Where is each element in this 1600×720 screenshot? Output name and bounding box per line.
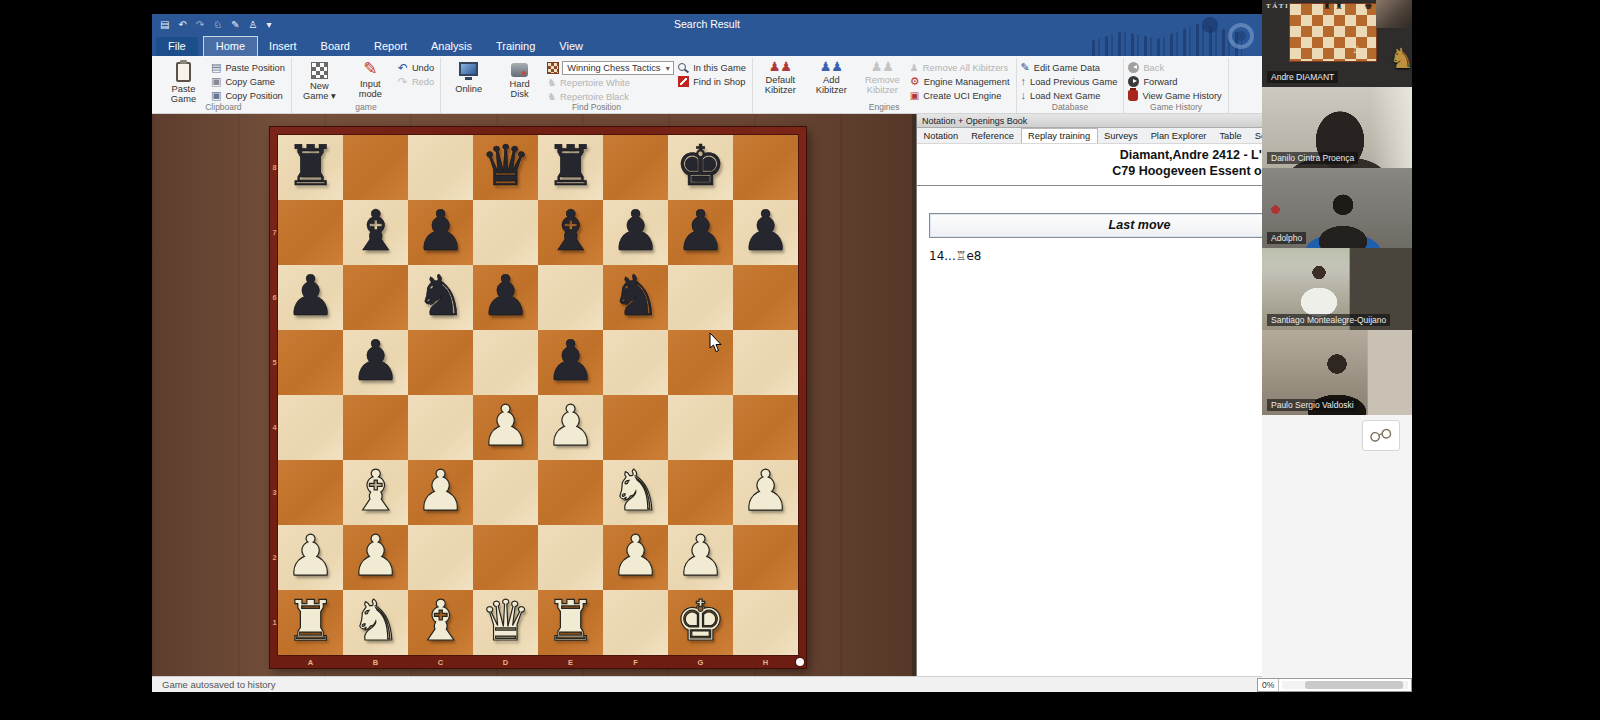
file-label-e: E xyxy=(538,658,603,667)
file-label-a: A xyxy=(278,658,343,667)
file-label-h: H xyxy=(733,658,798,667)
square-a6[interactable]: ♟ xyxy=(278,265,343,330)
down-icon: ↓ xyxy=(1021,90,1027,101)
rank-label-8: 8 xyxy=(271,163,278,172)
square-c6[interactable]: ♞ xyxy=(408,265,473,330)
square-c7[interactable]: ♟ xyxy=(408,200,473,265)
black-bishop-b7[interactable]: ♝ xyxy=(350,203,400,259)
tab-view[interactable]: View xyxy=(547,37,595,56)
board-icon xyxy=(311,62,328,79)
copy-position-label: Copy Position xyxy=(225,91,282,101)
paste-position-label: Paste Position xyxy=(225,63,284,73)
rep-icon: ♞ xyxy=(547,92,556,102)
square-b5[interactable]: ♟ xyxy=(343,330,408,395)
black-pawn-c7[interactable]: ♟ xyxy=(415,203,465,259)
mini-piece-0: ♜ xyxy=(1323,2,1331,11)
square-h4[interactable] xyxy=(733,395,798,460)
copy-position-button[interactable]: ▣Copy Position xyxy=(211,89,285,102)
ribbon-group-game: New Game ▾✎Input mode↶Undo↷Redogame xyxy=(292,58,441,113)
square-h3[interactable]: ♟ xyxy=(733,460,798,525)
square-e7[interactable]: ♝ xyxy=(538,200,603,265)
repertoire-black-label: Repertoire Black xyxy=(560,92,629,102)
paste-game-button[interactable]: Paste Game xyxy=(160,59,207,104)
ribbon-column: Winning Chess Tactics▼♞Repertoire White♞… xyxy=(547,59,674,103)
board-grid: ♜♛♜♚♝♟♝♟♟♟♟♞♟♞♟♟♟♟♝♟♞♟♟♟♟♟♜♞♝♛♜♚ xyxy=(278,135,798,655)
ribbon-group-clipboard: Paste Game▤Paste Position▣Copy Game▣Copy… xyxy=(156,58,292,113)
square-a8[interactable]: ♜ xyxy=(278,135,343,200)
create-uci-engine-button[interactable]: ▣Create UCI Engine xyxy=(910,89,1010,102)
tab-home[interactable]: Home xyxy=(204,37,257,56)
square-e5[interactable]: ♟ xyxy=(538,330,603,395)
up-icon: ↑ xyxy=(1021,76,1027,87)
knight-icon[interactable]: ♘ xyxy=(213,20,222,30)
square-a1[interactable]: ♜ xyxy=(278,590,343,655)
rank-label-3: 3 xyxy=(271,488,278,497)
load-next-game-button[interactable]: ↓Load Next Game xyxy=(1021,89,1118,102)
presenter-camera-thumbnail xyxy=(1376,0,1412,28)
tab-analysis[interactable]: Analysis xyxy=(419,37,484,56)
copy-game-button[interactable]: ▣Copy Game xyxy=(211,75,285,88)
shop-icon xyxy=(678,76,689,87)
new-game-button[interactable]: New Game ▾ xyxy=(296,59,343,101)
square-c4[interactable] xyxy=(408,395,473,460)
find-in-shop-label: Find in Shop xyxy=(693,77,745,87)
square-e1[interactable]: ♜ xyxy=(538,590,603,655)
edit-game-data-label: Edit Game Data xyxy=(1034,63,1100,73)
glasses-button[interactable] xyxy=(1362,420,1400,451)
rank-label-4: 4 xyxy=(271,423,278,432)
pen-icon[interactable]: ✎ xyxy=(231,20,239,30)
mini-piece-2: ♚ xyxy=(1364,2,1372,11)
online-label: Online xyxy=(455,84,482,94)
eyeglasses-icon xyxy=(1368,427,1394,443)
black-pawn-f7[interactable]: ♟ xyxy=(610,203,660,259)
square-f7[interactable]: ♟ xyxy=(603,200,668,265)
ribbon-column: ▤Paste Position▣Copy Game▣Copy Position xyxy=(211,59,285,102)
find-in-shop-button[interactable]: Find in Shop xyxy=(678,75,746,88)
save-icon[interactable]: ▤ xyxy=(160,20,169,30)
back-button[interactable]: Back xyxy=(1128,61,1221,74)
tab-replay-training[interactable]: Replay training xyxy=(1021,128,1098,143)
video-call-sidebar: TÁTICA ♜♜♚♖ ♞ Andre DIAMANT Danilo Cintr… xyxy=(1262,0,1412,692)
square-d5[interactable] xyxy=(473,330,538,395)
file-label-f: F xyxy=(603,658,668,667)
black-pawn-d6[interactable]: ♟ xyxy=(480,268,530,324)
progress-value: 0% xyxy=(1258,679,1279,691)
engine-management-label: Engine Management xyxy=(924,77,1010,87)
ribbon-group-label: Engines xyxy=(753,102,1016,113)
black-pawn-e5[interactable]: ♟ xyxy=(545,333,595,389)
square-g8[interactable]: ♚ xyxy=(668,135,733,200)
square-f1[interactable] xyxy=(603,590,668,655)
video-tile-santiago[interactable]: Santiago Montealegre-Quijano xyxy=(1262,248,1412,330)
copy-game-label: Copy Game xyxy=(225,77,275,87)
square-g4[interactable] xyxy=(668,395,733,460)
history-icon xyxy=(1128,90,1138,101)
tab-notation[interactable]: Notation xyxy=(917,128,965,143)
ribbon-group-engines: ♟♟Default Kibitzer♟♟Add Kibitzer♟♟Remove… xyxy=(753,58,1017,113)
square-f2[interactable]: ♟ xyxy=(603,525,668,590)
remove-all-kibitzers-label: Remove All Kibitzers xyxy=(923,63,1008,73)
square-e3[interactable] xyxy=(538,460,603,525)
square-d3[interactable] xyxy=(473,460,538,525)
square-g2[interactable]: ♟ xyxy=(668,525,733,590)
white-knight-b1[interactable]: ♞ xyxy=(350,593,400,649)
kib-remove-icon: ♟♟ xyxy=(871,60,894,73)
ribbon-group-find-position: OnlineHard DiskWinning Chess Tactics▼♞Re… xyxy=(441,58,753,113)
tab-insert[interactable]: Insert xyxy=(257,37,309,56)
white-pawn-a2[interactable]: ♟ xyxy=(285,528,335,584)
ribbon-group-label: Clipboard xyxy=(156,102,291,113)
video-tile-adolpho[interactable]: Adolpho xyxy=(1262,168,1412,248)
chessbase-window: ▤↶↷♘✎♙▾ Search Result File Home Insert B… xyxy=(152,14,1262,692)
square-g5[interactable] xyxy=(668,330,733,395)
title-bar: ▤↶↷♘✎♙▾ Search Result File Home Insert B… xyxy=(152,14,1262,56)
ribbon-column: ✎Edit Game Data↑Load Previous Game↓Load … xyxy=(1021,59,1118,102)
white-pawn-e4[interactable]: ♟ xyxy=(545,398,595,454)
board-panel: ♜♛♜♚♝♟♝♟♟♟♟♞♟♞♟♟♟♟♝♟♞♟♟♟♟♟♜♞♝♛♜♚ 8765432… xyxy=(152,114,912,676)
in-this-game-button[interactable]: In this Game xyxy=(678,61,746,74)
black-pawn-g7[interactable]: ♟ xyxy=(675,203,725,259)
repertoire-white-label: Repertoire White xyxy=(560,78,630,88)
black-knight-f6[interactable]: ♞ xyxy=(610,268,660,324)
view-game-history-label: View Game History xyxy=(1142,91,1221,101)
square-d1[interactable]: ♛ xyxy=(473,590,538,655)
participant-name: Danilo Cintra Proença xyxy=(1267,152,1358,164)
square-c2[interactable] xyxy=(408,525,473,590)
hard-disk-button[interactable]: Hard Disk xyxy=(496,59,543,99)
square-d7[interactable] xyxy=(473,200,538,265)
undo-icon[interactable]: ↶ xyxy=(178,20,186,30)
ribbon-group-label: Find Position xyxy=(441,102,752,113)
pen-red-icon: ✎ xyxy=(363,60,377,77)
white-rook-a1[interactable]: ♜ xyxy=(285,593,335,649)
redo-icon[interactable]: ↷ xyxy=(196,20,204,30)
tab-file[interactable]: File xyxy=(156,37,198,56)
white-bishop-b3[interactable]: ♝ xyxy=(350,463,400,519)
square-d8[interactable]: ♛ xyxy=(473,135,538,200)
black-knight-c6[interactable]: ♞ xyxy=(415,268,465,324)
square-e2[interactable] xyxy=(538,525,603,590)
tab-report[interactable]: Report xyxy=(362,37,419,56)
square-b2[interactable]: ♟ xyxy=(343,525,408,590)
rank-label-6: 6 xyxy=(271,293,278,302)
square-a7[interactable] xyxy=(278,200,343,265)
ribbon-group-label: game xyxy=(292,102,440,113)
ribbon-column: BackForwardView Game History xyxy=(1128,59,1221,102)
rank-label-5: 5 xyxy=(271,358,278,367)
black-bishop-e7[interactable]: ♝ xyxy=(545,203,595,259)
square-e4[interactable]: ♟ xyxy=(538,395,603,460)
square-h6[interactable] xyxy=(733,265,798,330)
tactics-dropdown-value: Winning Chess Tactics xyxy=(567,63,660,73)
square-b4[interactable] xyxy=(343,395,408,460)
default-kibitzer-label: Default Kibitzer xyxy=(765,75,796,95)
square-g7[interactable]: ♟ xyxy=(668,200,733,265)
white-pawn-b2[interactable]: ♟ xyxy=(350,528,400,584)
square-b7[interactable]: ♝ xyxy=(343,200,408,265)
square-a5[interactable] xyxy=(278,330,343,395)
white-bishop-c1[interactable]: ♝ xyxy=(415,593,465,649)
square-h2[interactable] xyxy=(733,525,798,590)
black-rook-e8[interactable]: ♜ xyxy=(545,138,595,194)
video-tile-andre-diamant[interactable]: TÁTICA ♜♜♚♖ ♞ Andre DIAMANT xyxy=(1262,0,1412,87)
undo-icon: ↶ xyxy=(398,62,408,74)
ribbon-column: In this GameFind in Shop xyxy=(678,59,746,88)
undo-button[interactable]: ↶Undo xyxy=(398,61,434,74)
repertoire-white-button[interactable]: ♞Repertoire White xyxy=(547,76,674,89)
clipboard-icon xyxy=(176,62,191,82)
screen: ▤↶↷♘✎♙▾ Search Result File Home Insert B… xyxy=(0,0,1600,720)
square-c3[interactable]: ♟ xyxy=(408,460,473,525)
white-queen-d1[interactable]: ♛ xyxy=(480,593,530,649)
remove-all-kibitzers-button[interactable]: ♟Remove All Kibitzers xyxy=(910,61,1010,74)
participant-name: Adolpho xyxy=(1267,232,1306,244)
square-h5[interactable] xyxy=(733,330,798,395)
default-kibitzer-button[interactable]: ♟♟Default Kibitzer xyxy=(757,59,804,95)
copy2-icon: ▣ xyxy=(211,90,221,101)
file-label-d: D xyxy=(473,658,538,667)
square-f3[interactable]: ♞ xyxy=(603,460,668,525)
scrollbar-thumb[interactable] xyxy=(1305,681,1403,689)
mini-clip-icon: ▤ xyxy=(211,62,221,73)
square-f4[interactable] xyxy=(603,395,668,460)
chess-board: ♜♛♜♚♝♟♝♟♟♟♟♞♟♞♟♟♟♟♝♟♞♟♟♟♟♟♜♞♝♛♜♚ 8765432… xyxy=(270,127,806,668)
edit-icon: ✎ xyxy=(1021,62,1030,73)
shared-mini-chessboard: ♜♜♚♖ xyxy=(1289,3,1377,62)
tab-board[interactable]: Board xyxy=(309,37,362,56)
white-knight-f3[interactable]: ♞ xyxy=(610,463,660,519)
redo-button[interactable]: ↷Redo xyxy=(398,75,434,88)
white-pawn-f2[interactable]: ♟ xyxy=(610,528,660,584)
progress-widget: 0% xyxy=(1257,678,1412,692)
uci-icon: ▣ xyxy=(910,91,919,101)
mini-piece-1: ♜ xyxy=(1335,2,1343,11)
engine-icon: ⚙ xyxy=(910,76,920,87)
create-uci-engine-label: Create UCI Engine xyxy=(923,91,1001,101)
tab-training[interactable]: Training xyxy=(484,37,547,56)
white-rook-e1[interactable]: ♜ xyxy=(545,593,595,649)
online-button[interactable]: Online xyxy=(445,59,492,94)
participant-name: Andre DIAMANT xyxy=(1267,71,1338,83)
white-pawn-c3[interactable]: ♟ xyxy=(415,463,465,519)
black-pawn-h7[interactable]: ♟ xyxy=(740,203,790,259)
forward-button[interactable]: Forward xyxy=(1128,75,1221,88)
status-bar: Game autosaved to history xyxy=(152,676,1262,692)
black-king-g8[interactable]: ♚ xyxy=(675,138,725,194)
participant-name: Santiago Montealegre-Quijano xyxy=(1267,314,1390,326)
rank-label-1: 1 xyxy=(271,618,278,627)
square-g6[interactable] xyxy=(668,265,733,330)
new-game-label: New Game ▾ xyxy=(303,81,336,101)
tactics-dropdown-box[interactable]: Winning Chess Tactics▼ xyxy=(562,61,674,75)
back-label: Back xyxy=(1143,63,1164,73)
main-area: ♜♛♜♚♝♟♝♟♟♟♟♞♟♞♟♟♟♟♝♟♞♟♟♟♟♟♜♞♝♛♜♚ 8765432… xyxy=(152,114,1262,676)
black-rook-a8[interactable]: ♜ xyxy=(285,138,335,194)
white-pawn-g2[interactable]: ♟ xyxy=(675,528,725,584)
forward-label: Forward xyxy=(1143,77,1177,87)
add-kibitzer-label: Add Kibitzer xyxy=(816,75,847,95)
circle-back-icon xyxy=(1128,62,1139,73)
square-h7[interactable]: ♟ xyxy=(733,200,798,265)
square-f5[interactable] xyxy=(603,330,668,395)
tab-plan-explorer[interactable]: Plan Explorer xyxy=(1144,128,1213,143)
tab-surveys[interactable]: Surveys xyxy=(1098,128,1145,143)
ribbon-group-label: Game History xyxy=(1124,102,1227,113)
square-h1[interactable] xyxy=(733,590,798,655)
input-mode-label: Input mode xyxy=(359,79,382,99)
rank-label-7: 7 xyxy=(271,228,278,237)
black-pawn-b5[interactable]: ♟ xyxy=(350,333,400,389)
disk-icon xyxy=(511,63,528,77)
video-tile-danilo[interactable]: Danilo Cintra Proença xyxy=(1262,87,1412,168)
square-b8[interactable] xyxy=(343,135,408,200)
kib-remove-all-icon: ♟ xyxy=(910,63,919,73)
remove-kibitzer-label: Remove Kibitzer xyxy=(865,75,900,95)
chevron-down-icon[interactable]: ▼ xyxy=(661,65,671,72)
square-f8[interactable] xyxy=(603,135,668,200)
square-c8[interactable] xyxy=(408,135,473,200)
undo-label: Undo xyxy=(412,63,434,73)
remove-kibitzer-button[interactable]: ♟♟Remove Kibitzer xyxy=(859,59,906,95)
piece-icon[interactable]: ♙ xyxy=(249,20,258,30)
ribbon-column: ↶Undo↷Redo xyxy=(398,59,434,88)
input-mode-button[interactable]: ✎Input mode xyxy=(347,59,394,99)
square-c1[interactable]: ♝ xyxy=(408,590,473,655)
redo-icon: ↷ xyxy=(398,76,408,88)
white-pawn-h3[interactable]: ♟ xyxy=(740,463,790,519)
square-b1[interactable]: ♞ xyxy=(343,590,408,655)
file-label-b: B xyxy=(343,658,408,667)
customize-menu-icon[interactable]: ▾ xyxy=(267,20,272,30)
knight-figurine: ♞ xyxy=(1389,42,1412,75)
ribbon-group-game-history: BackForwardView Game HistoryGame History xyxy=(1124,58,1228,113)
square-f6[interactable]: ♞ xyxy=(603,265,668,330)
square-g1[interactable]: ♚ xyxy=(668,590,733,655)
white-king-g1[interactable]: ♚ xyxy=(675,593,725,649)
square-a2[interactable]: ♟ xyxy=(278,525,343,590)
ribbon-tab-bar: File Home Insert Board Report Analysis T… xyxy=(156,35,595,56)
add-kibitzer-button[interactable]: ♟♟Add Kibitzer xyxy=(808,59,855,95)
mag-icon xyxy=(678,63,686,71)
square-g3[interactable] xyxy=(668,460,733,525)
board-mag-icon xyxy=(547,62,559,74)
black-pawn-a6[interactable]: ♟ xyxy=(285,268,335,324)
rep-icon: ♞ xyxy=(547,78,556,88)
kib-default-icon: ♟♟ xyxy=(769,60,792,73)
rank-label-2: 2 xyxy=(271,553,278,562)
paste-position-button[interactable]: ▤Paste Position xyxy=(211,61,285,74)
scrollbar-track[interactable] xyxy=(1282,681,1408,689)
tab-reference[interactable]: Reference xyxy=(965,128,1021,143)
kib-add-icon: ♟♟ xyxy=(820,60,843,73)
engine-management-button[interactable]: ⚙Engine Management xyxy=(910,75,1010,88)
square-a3[interactable] xyxy=(278,460,343,525)
white-pawn-d4[interactable]: ♟ xyxy=(480,398,530,454)
file-label-g: G xyxy=(668,658,733,667)
load-previous-game-button[interactable]: ↑Load Previous Game xyxy=(1021,75,1118,88)
edit-game-data-button[interactable]: ✎Edit Game Data xyxy=(1021,61,1118,74)
tab-table[interactable]: Table xyxy=(1213,128,1248,143)
quick-access-toolbar: ▤↶↷♘✎♙▾ xyxy=(160,16,272,34)
square-d4[interactable]: ♟ xyxy=(473,395,538,460)
square-d6[interactable]: ♟ xyxy=(473,265,538,330)
square-a4[interactable] xyxy=(278,395,343,460)
participant-name: Paulo Sergio Valdoski xyxy=(1267,399,1358,411)
square-h8[interactable] xyxy=(733,135,798,200)
file-label-c: C xyxy=(408,658,473,667)
ribbon-column: ♟Remove All Kibitzers⚙Engine Management▣… xyxy=(910,59,1010,102)
redo-label: Redo xyxy=(412,77,434,87)
copy-icon: ▣ xyxy=(211,76,221,87)
tactics-dropdown[interactable]: Winning Chess Tactics▼ xyxy=(547,61,674,75)
monitor-icon xyxy=(459,62,478,76)
square-e8[interactable]: ♜ xyxy=(538,135,603,200)
load-previous-game-label: Load Previous Game xyxy=(1030,77,1117,87)
in-this-game-label: In this Game xyxy=(693,63,746,73)
window-title: Search Result xyxy=(152,14,1262,34)
circle-fwd-icon xyxy=(1128,76,1139,87)
mini-piece-3: ♖ xyxy=(1352,46,1360,55)
square-e6[interactable] xyxy=(538,265,603,330)
square-b6[interactable] xyxy=(343,265,408,330)
square-b3[interactable]: ♝ xyxy=(343,460,408,525)
square-d2[interactable] xyxy=(473,525,538,590)
ribbon-group-database: ✎Edit Game Data↑Load Previous Game↓Load … xyxy=(1017,58,1125,113)
square-c5[interactable] xyxy=(408,330,473,395)
load-next-game-label: Load Next Game xyxy=(1030,91,1100,101)
video-tile-paulo[interactable]: Paulo Sergio Valdoski xyxy=(1262,330,1412,415)
hard-disk-label: Hard Disk xyxy=(510,79,530,99)
ribbon-group-label: Database xyxy=(1017,102,1124,113)
black-queen-d8[interactable]: ♛ xyxy=(480,138,530,194)
ribbon: Paste Game▤Paste Position▣Copy Game▣Copy… xyxy=(152,56,1262,114)
view-game-history-button[interactable]: View Game History xyxy=(1128,89,1221,102)
